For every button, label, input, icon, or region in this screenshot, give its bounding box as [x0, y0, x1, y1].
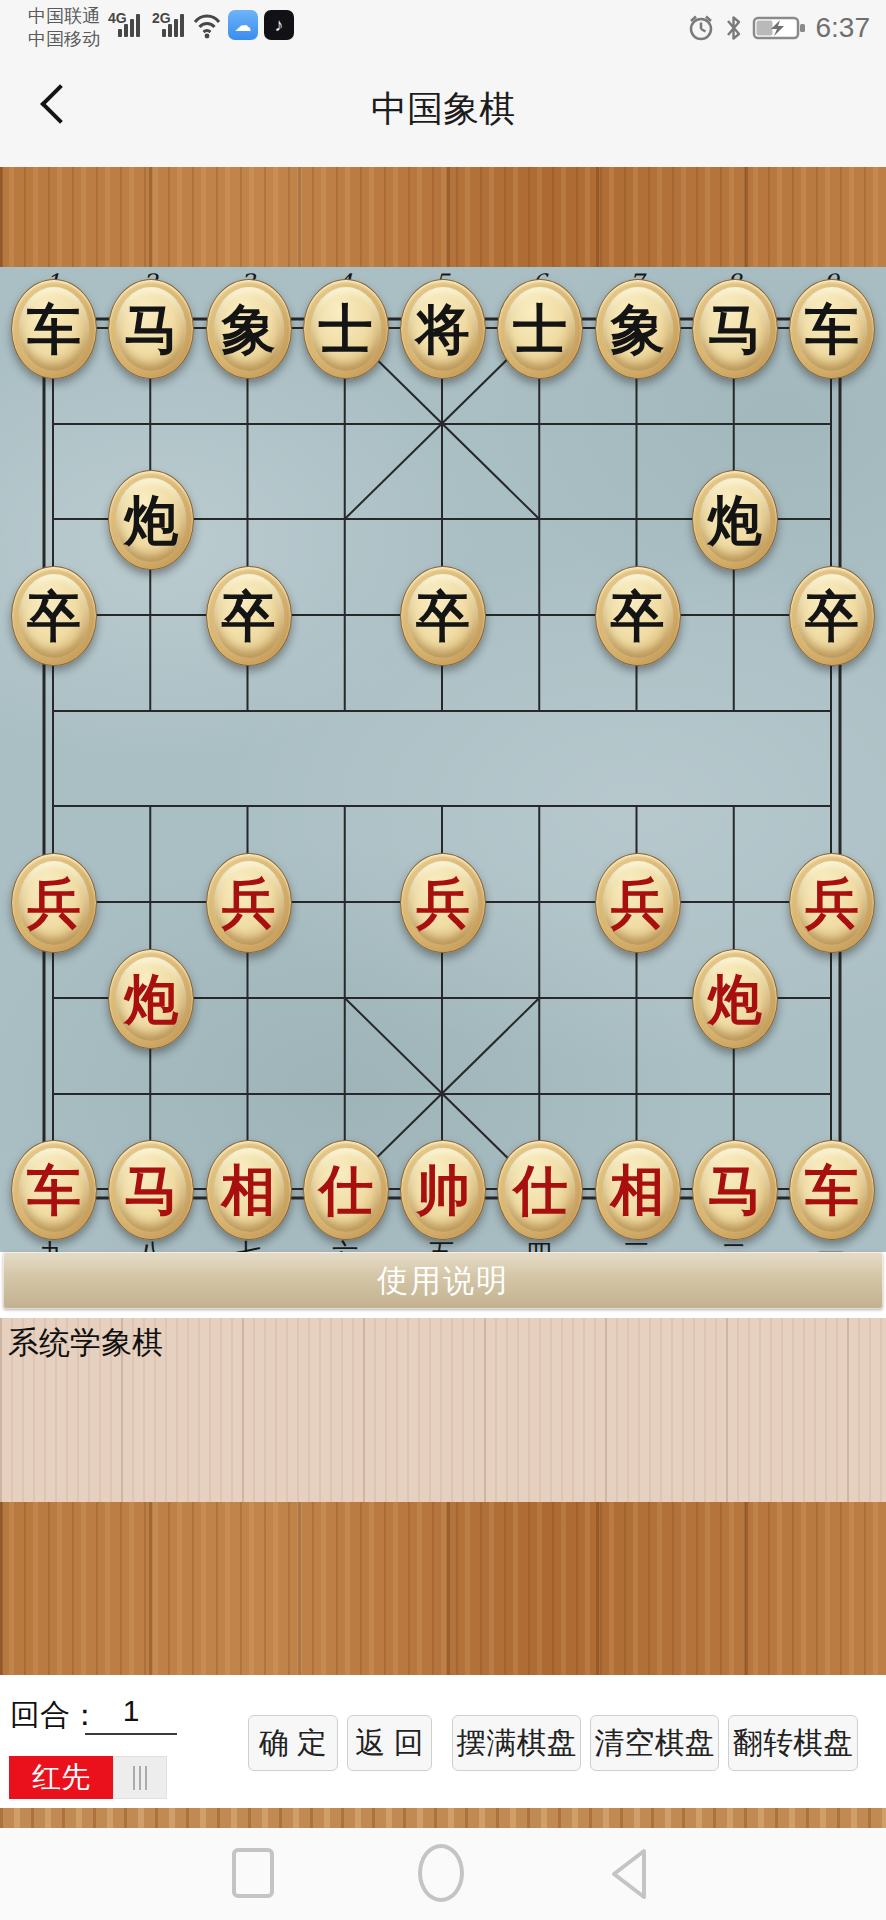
wood-background-top — [0, 167, 886, 267]
piece-black-士[interactable]: 士 — [497, 279, 583, 379]
control-panel: 回合： 确 定 返 回 摆满棋盘 清空棋盘 翻转棋盘 红先 — [0, 1675, 886, 1808]
piece-red-车[interactable]: 车 — [11, 1140, 97, 1240]
piece-red-马[interactable]: 马 — [108, 1140, 194, 1240]
xiangqi-board[interactable]: 123456789九八七六五四三二一车马象士将士象马车炮炮卒卒卒卒卒兵兵兵兵兵炮… — [0, 267, 886, 1252]
drag-handle-icon[interactable] — [113, 1756, 167, 1799]
bluetooth-icon — [724, 13, 744, 43]
wood-background-bottom — [0, 1502, 886, 1675]
piece-red-相[interactable]: 相 — [206, 1140, 292, 1240]
help-section: 使用说明 — [0, 1252, 886, 1318]
music-note-glyph: ♪ — [275, 15, 284, 36]
piece-red-兵[interactable]: 兵 — [400, 853, 486, 953]
usage-instructions-button[interactable]: 使用说明 — [3, 1252, 883, 1309]
piece-red-马[interactable]: 马 — [692, 1140, 778, 1240]
piece-black-炮[interactable]: 炮 — [108, 470, 194, 570]
piece-black-象[interactable]: 象 — [206, 279, 292, 379]
cloud-glyph: ☁ — [235, 15, 252, 36]
confirm-button[interactable]: 确 定 — [248, 1715, 338, 1771]
piece-black-卒[interactable]: 卒 — [400, 566, 486, 666]
clock-time: 6:37 — [816, 12, 871, 44]
app-header: 中国象棋 — [0, 55, 886, 167]
app-screen: 中国联通 中国移动 4G 2G ☁ ♪ — [0, 0, 886, 1920]
signal-bars-icon-2 — [162, 14, 184, 37]
signal-bars-icon-1 — [118, 14, 140, 37]
piece-black-将[interactable]: 将 — [400, 279, 486, 379]
back-triangle-icon[interactable] — [606, 1846, 652, 1902]
carrier-name-1: 中国联通 — [28, 7, 100, 25]
fill-board-button[interactable]: 摆满棋盘 — [452, 1715, 581, 1771]
return-button[interactable]: 返 回 — [347, 1715, 432, 1771]
piece-black-卒[interactable]: 卒 — [11, 566, 97, 666]
piece-black-士[interactable]: 士 — [303, 279, 389, 379]
clear-board-button[interactable]: 清空棋盘 — [590, 1715, 719, 1771]
piece-red-兵[interactable]: 兵 — [11, 853, 97, 953]
piece-black-象[interactable]: 象 — [595, 279, 681, 379]
round-number-input[interactable] — [85, 1689, 177, 1735]
board-grid-lines — [0, 267, 886, 1252]
piece-black-卒[interactable]: 卒 — [595, 566, 681, 666]
piece-black-马[interactable]: 马 — [692, 279, 778, 379]
flip-board-button[interactable]: 翻转棋盘 — [728, 1715, 858, 1771]
piece-black-卒[interactable]: 卒 — [206, 566, 292, 666]
piece-black-车[interactable]: 车 — [789, 279, 875, 379]
piece-red-兵[interactable]: 兵 — [206, 853, 292, 953]
status-bar: 中国联通 中国移动 4G 2G ☁ ♪ — [0, 0, 886, 55]
red-first-toggle[interactable]: 红先 — [9, 1756, 113, 1799]
caption-band: 系统学象棋 — [0, 1318, 886, 1502]
piece-red-炮[interactable]: 炮 — [692, 949, 778, 1049]
piece-red-仕[interactable]: 仕 — [497, 1140, 583, 1240]
battery-charging-icon — [752, 14, 808, 42]
piece-red-帅[interactable]: 帅 — [400, 1140, 486, 1240]
navigation-bar — [0, 1828, 886, 1920]
wifi-icon — [192, 12, 222, 40]
piece-red-仕[interactable]: 仕 — [303, 1140, 389, 1240]
weather-app-icon: ☁ — [228, 10, 258, 40]
tiktok-app-icon: ♪ — [264, 10, 294, 40]
piece-red-车[interactable]: 车 — [789, 1140, 875, 1240]
carrier-name-2: 中国移动 — [28, 30, 100, 48]
piece-black-炮[interactable]: 炮 — [692, 470, 778, 570]
piece-black-卒[interactable]: 卒 — [789, 566, 875, 666]
piece-red-相[interactable]: 相 — [595, 1140, 681, 1240]
piece-black-车[interactable]: 车 — [11, 279, 97, 379]
home-circle-icon[interactable] — [418, 1844, 464, 1902]
piece-black-马[interactable]: 马 — [108, 279, 194, 379]
piece-red-炮[interactable]: 炮 — [108, 949, 194, 1049]
piece-red-兵[interactable]: 兵 — [595, 853, 681, 953]
recents-square-icon[interactable] — [232, 1848, 274, 1898]
caption-text: 系统学象棋 — [8, 1322, 163, 1364]
wood-strip — [0, 1808, 886, 1828]
alarm-clock-icon — [686, 13, 716, 43]
page-title: 中国象棋 — [0, 85, 886, 134]
piece-red-兵[interactable]: 兵 — [789, 853, 875, 953]
